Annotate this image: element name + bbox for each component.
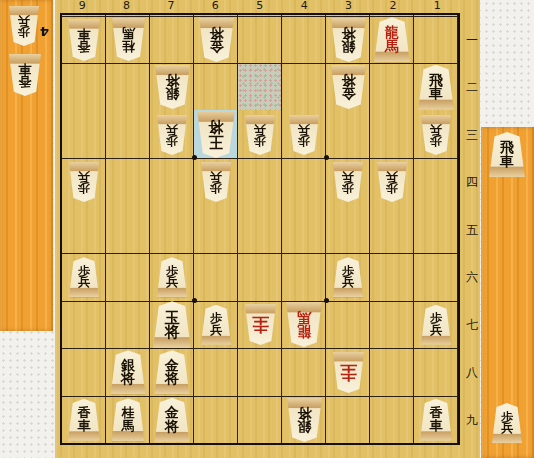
cell-95[interactable] bbox=[62, 205, 106, 253]
cell-45[interactable] bbox=[282, 205, 326, 253]
piece-kanji: 車 bbox=[430, 420, 443, 432]
piece-kanji: 龍 bbox=[297, 325, 311, 338]
cell-66[interactable] bbox=[194, 253, 238, 301]
hand-gote-歩兵[interactable]: 歩兵 bbox=[8, 6, 40, 46]
piece-kanji: 馬 bbox=[297, 311, 311, 324]
rank-label-7: 七 bbox=[461, 317, 483, 334]
cell-84[interactable] bbox=[106, 158, 150, 206]
cell-56[interactable] bbox=[238, 253, 282, 301]
rank-label-9: 九 bbox=[461, 412, 483, 429]
cell-62[interactable] bbox=[194, 63, 238, 111]
cell-93[interactable] bbox=[62, 110, 106, 158]
cell-55[interactable] bbox=[238, 205, 282, 253]
file-labels: 987654321 bbox=[60, 0, 460, 12]
cell-58[interactable] bbox=[238, 348, 282, 396]
file-label-4: 4 bbox=[282, 0, 326, 12]
file-label-3: 3 bbox=[326, 0, 370, 12]
hand-sente-歩兵[interactable]: 歩兵 bbox=[491, 403, 523, 443]
cell-74[interactable] bbox=[150, 158, 194, 206]
piece-kanji: 兵 bbox=[501, 423, 513, 434]
rank-label-3: 三 bbox=[461, 127, 483, 144]
sente-piece-stand: 飛車歩兵 bbox=[481, 127, 534, 458]
cell-42[interactable] bbox=[282, 63, 326, 111]
piece-kanji: 銀 bbox=[165, 87, 179, 100]
hand-gote-香車[interactable]: 香車 bbox=[8, 54, 42, 96]
cell-51[interactable] bbox=[238, 15, 282, 63]
file-label-1: 1 bbox=[415, 0, 459, 12]
piece-kanji: 将 bbox=[209, 121, 224, 135]
file-label-9: 9 bbox=[60, 0, 104, 12]
piece-kanji: 兵 bbox=[18, 15, 30, 26]
cell-87[interactable] bbox=[106, 300, 150, 348]
piece-kanji: 兵 bbox=[166, 277, 178, 288]
piece-kanji: 馬 bbox=[122, 27, 135, 39]
piece-kanji: 兵 bbox=[430, 325, 442, 336]
hoshi-dot bbox=[324, 155, 329, 160]
piece-kanji: 車 bbox=[19, 63, 32, 75]
piece-kanji: 兵 bbox=[210, 325, 222, 336]
cell-37[interactable] bbox=[326, 300, 370, 348]
cell-15[interactable] bbox=[414, 205, 458, 253]
piece-kanji: 圭 bbox=[340, 364, 357, 380]
cell-41[interactable] bbox=[282, 15, 326, 63]
hoshi-dot bbox=[324, 298, 329, 303]
cell-33[interactable] bbox=[326, 110, 370, 158]
cell-59[interactable] bbox=[238, 395, 282, 443]
hoshi-dot bbox=[192, 298, 197, 303]
rank-label-8: 八 bbox=[461, 364, 483, 381]
piece-kanji: 車 bbox=[500, 155, 514, 168]
cell-97[interactable] bbox=[62, 300, 106, 348]
shogi-app: 歩兵4香車 飛車歩兵 987654321 一二三四五六七八九 香車桂馬金将銀将龍… bbox=[0, 0, 534, 458]
board-grid: 香車桂馬金将銀将龍馬銀将金将飛車歩兵王将歩兵歩兵歩兵歩兵歩兵歩兵歩兵歩兵歩兵歩兵… bbox=[60, 13, 460, 445]
file-label-6: 6 bbox=[193, 0, 237, 12]
piece-kanji: 兵 bbox=[166, 123, 178, 134]
piece-kanji: 兵 bbox=[342, 277, 354, 288]
cell-11[interactable] bbox=[414, 15, 458, 63]
cell-46[interactable] bbox=[282, 253, 326, 301]
cell-71[interactable] bbox=[150, 15, 194, 63]
piece-kanji: 将 bbox=[341, 74, 355, 87]
piece-kanji: 兵 bbox=[386, 171, 398, 182]
rank-label-6: 六 bbox=[461, 269, 483, 286]
piece-kanji: 馬 bbox=[385, 40, 399, 53]
piece-kanji: 車 bbox=[429, 87, 443, 100]
cell-85[interactable] bbox=[106, 205, 150, 253]
piece-kanji: 兵 bbox=[254, 123, 266, 134]
rank-label-5: 五 bbox=[461, 222, 483, 239]
cell-83[interactable] bbox=[106, 110, 150, 158]
file-label-7: 7 bbox=[149, 0, 193, 12]
rank-label-2: 二 bbox=[461, 79, 483, 96]
hand-sente-飛車[interactable]: 飛車 bbox=[488, 132, 526, 177]
gote-piece-stand: 歩兵4香車 bbox=[0, 0, 53, 331]
file-label-5: 5 bbox=[238, 0, 282, 12]
piece-kanji: 兵 bbox=[342, 171, 354, 182]
piece-kanji: 将 bbox=[341, 26, 355, 39]
piece-kanji: 王 bbox=[209, 135, 224, 149]
piece-kanji: 将 bbox=[121, 372, 135, 385]
hand-count-badge: 4 bbox=[40, 24, 49, 39]
piece-kanji: 車 bbox=[78, 420, 91, 432]
cell-35[interactable] bbox=[326, 205, 370, 253]
cell-23[interactable] bbox=[370, 110, 414, 158]
hoshi-dot bbox=[192, 155, 197, 160]
cell-18[interactable] bbox=[414, 348, 458, 396]
cell-27[interactable] bbox=[370, 300, 414, 348]
file-label-8: 8 bbox=[104, 0, 148, 12]
piece-kanji: 圭 bbox=[252, 317, 269, 333]
cell-98[interactable] bbox=[62, 348, 106, 396]
cell-22[interactable] bbox=[370, 63, 414, 111]
piece-kanji: 兵 bbox=[78, 277, 90, 288]
piece-kanji: 兵 bbox=[78, 171, 90, 182]
cell-52[interactable] bbox=[238, 63, 282, 111]
piece-kanji: 将 bbox=[165, 74, 179, 87]
cell-92[interactable] bbox=[62, 63, 106, 111]
piece-kanji: 桂 bbox=[122, 40, 135, 52]
piece-kanji: 将 bbox=[165, 325, 180, 339]
cell-26[interactable] bbox=[370, 253, 414, 301]
cell-69[interactable] bbox=[194, 395, 238, 443]
rank-label-1: 一 bbox=[461, 32, 483, 49]
cell-82[interactable] bbox=[106, 63, 150, 111]
piece-kanji: 兵 bbox=[298, 123, 310, 134]
file-label-2: 2 bbox=[371, 0, 415, 12]
piece-kanji: 車 bbox=[78, 27, 91, 39]
cell-29[interactable] bbox=[370, 395, 414, 443]
cell-54[interactable] bbox=[238, 158, 282, 206]
cell-75[interactable] bbox=[150, 205, 194, 253]
piece-kanji: 将 bbox=[209, 26, 223, 39]
cell-25[interactable] bbox=[370, 205, 414, 253]
piece-kanji: 金 bbox=[341, 87, 355, 100]
cell-65[interactable] bbox=[194, 205, 238, 253]
cell-48[interactable] bbox=[282, 348, 326, 396]
cell-68[interactable] bbox=[194, 348, 238, 396]
cell-14[interactable] bbox=[414, 158, 458, 206]
cell-28[interactable] bbox=[370, 348, 414, 396]
cell-39[interactable] bbox=[326, 395, 370, 443]
piece-kanji: 将 bbox=[165, 372, 179, 385]
piece-kanji: 兵 bbox=[210, 171, 222, 182]
piece-kanji: 将 bbox=[165, 420, 179, 433]
cell-86[interactable] bbox=[106, 253, 150, 301]
piece-kanji: 兵 bbox=[430, 123, 442, 134]
piece-kanji: 馬 bbox=[122, 420, 135, 432]
cell-44[interactable] bbox=[282, 158, 326, 206]
shogi-board: 987654321 一二三四五六七八九 香車桂馬金将銀将龍馬銀将金将飛車歩兵王将… bbox=[55, 0, 480, 458]
rank-label-4: 四 bbox=[461, 174, 483, 191]
cell-16[interactable] bbox=[414, 253, 458, 301]
piece-kanji: 将 bbox=[297, 406, 311, 419]
rank-labels: 一二三四五六七八九 bbox=[461, 13, 483, 445]
